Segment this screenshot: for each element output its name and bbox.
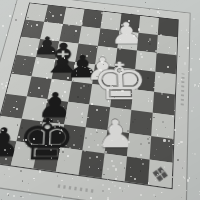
frame-marking xyxy=(58,184,96,193)
square-g1[interactable] xyxy=(125,156,150,184)
square-g4[interactable] xyxy=(131,89,154,113)
square-g2[interactable] xyxy=(127,133,151,160)
square-h4[interactable] xyxy=(153,92,175,116)
square-h2[interactable] xyxy=(150,136,174,163)
square-f7[interactable]: ♟ xyxy=(117,31,138,51)
board-emblem-icon: ❖ xyxy=(147,159,173,188)
square-h3[interactable] xyxy=(151,113,174,138)
board-frame: ♟♟♝♟♟♚♟♟♟♚❖ xyxy=(0,0,191,200)
square-f1[interactable] xyxy=(102,153,127,181)
square-h7[interactable] xyxy=(157,35,178,55)
square-h1[interactable]: ❖ xyxy=(148,159,172,187)
frame-marking xyxy=(181,73,185,105)
square-e1[interactable] xyxy=(79,150,105,178)
chess-board: ♟♟♝♟♟♚♟♟♟♚❖ xyxy=(0,2,179,189)
chess-board-photo: ♟♟♝♟♟♚♟♟♟♚❖ xyxy=(0,0,200,200)
square-h6[interactable] xyxy=(155,53,176,74)
square-f2[interactable]: ♟ xyxy=(105,130,130,156)
square-h8[interactable] xyxy=(158,18,178,37)
square-f4[interactable]: ♚ xyxy=(110,87,133,111)
square-g7[interactable] xyxy=(137,33,158,53)
square-h5[interactable] xyxy=(154,72,176,95)
